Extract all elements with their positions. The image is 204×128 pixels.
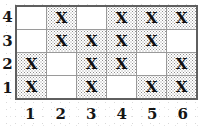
cell-r3-c4-marked[interactable]: X bbox=[107, 30, 136, 52]
cell-r2-c5-empty[interactable] bbox=[137, 53, 166, 75]
cell-r4-c1-empty[interactable] bbox=[17, 7, 46, 29]
col-label-3: 3 bbox=[76, 103, 107, 125]
cell-r2-c6-marked[interactable]: X bbox=[167, 53, 196, 75]
cell-r3-c2-marked[interactable]: X bbox=[47, 30, 76, 52]
cell-r2-c2-empty[interactable] bbox=[47, 53, 76, 75]
cell-r3-c3-marked[interactable]: X bbox=[77, 30, 106, 52]
row-labels: 4321 bbox=[0, 5, 15, 100]
col-label-1: 1 bbox=[15, 103, 46, 125]
cell-r2-c1-marked[interactable]: X bbox=[17, 53, 46, 75]
cell-r1-c5-marked[interactable]: X bbox=[137, 76, 166, 98]
row-label-4: 4 bbox=[0, 5, 15, 29]
cell-r3-c5-marked[interactable]: X bbox=[137, 30, 166, 52]
col-label-4: 4 bbox=[107, 103, 138, 125]
cell-r1-c6-marked[interactable]: X bbox=[167, 76, 196, 98]
col-labels: 123456 bbox=[15, 103, 198, 125]
puzzle-board: XXXXXXXXXXXXXXXX bbox=[15, 5, 198, 100]
cell-r1-c1-marked[interactable]: X bbox=[17, 76, 46, 98]
cell-r2-c3-marked[interactable]: X bbox=[77, 53, 106, 75]
col-label-6: 6 bbox=[168, 103, 199, 125]
cell-r1-c4-empty[interactable] bbox=[107, 76, 136, 98]
row-label-3: 3 bbox=[0, 29, 15, 53]
cell-r4-c6-marked[interactable]: X bbox=[167, 7, 196, 29]
cell-r3-c1-empty[interactable] bbox=[17, 30, 46, 52]
cell-r2-c4-marked[interactable]: X bbox=[107, 53, 136, 75]
cell-r4-c5-marked[interactable]: X bbox=[137, 7, 166, 29]
col-label-2: 2 bbox=[46, 103, 77, 125]
col-label-5: 5 bbox=[137, 103, 168, 125]
row-label-2: 2 bbox=[0, 53, 15, 77]
cell-r4-c4-marked[interactable]: X bbox=[107, 7, 136, 29]
cell-r4-c3-empty[interactable] bbox=[77, 7, 106, 29]
row-label-1: 1 bbox=[0, 76, 15, 100]
cell-r1-c3-marked[interactable]: X bbox=[77, 76, 106, 98]
cell-r4-c2-marked[interactable]: X bbox=[47, 7, 76, 29]
cell-r1-c2-empty[interactable] bbox=[47, 76, 76, 98]
cell-r3-c6-empty[interactable] bbox=[167, 30, 196, 52]
puzzle-figure: 4321 XXXXXXXXXXXXXXXX 123456 bbox=[0, 0, 204, 128]
